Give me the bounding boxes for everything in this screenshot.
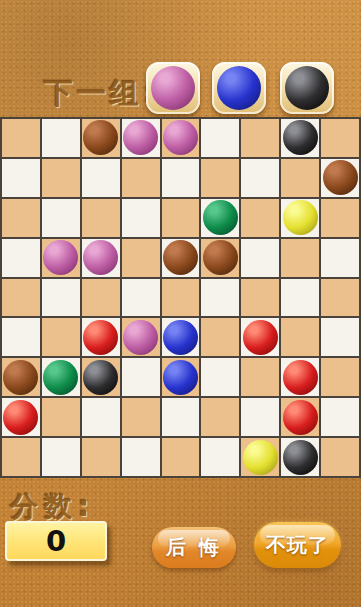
board-cell-r7c6[interactable] xyxy=(241,398,279,436)
board-cell-r2c3[interactable] xyxy=(122,199,160,237)
board-cell-r4c6[interactable] xyxy=(241,279,279,317)
board-cell-r7c0[interactable] xyxy=(2,398,40,436)
board-cell-r8c1[interactable] xyxy=(42,438,80,476)
ball-red[interactable] xyxy=(283,400,318,435)
board-cell-r6c0[interactable] xyxy=(2,358,40,396)
board-cell-r8c4[interactable] xyxy=(162,438,200,476)
undo-button[interactable]: 后 悔 xyxy=(152,527,236,568)
board-cell-r5c4[interactable] xyxy=(162,318,200,356)
next-ball-frame xyxy=(280,62,334,114)
board-cell-r5c5[interactable] xyxy=(201,318,239,356)
board-cell-r3c7[interactable] xyxy=(281,239,319,277)
game-screen: 下一组: 分数: 0 后 悔 不玩了 xyxy=(0,0,361,607)
board-cell-r1c6[interactable] xyxy=(241,159,279,197)
board-cell-r4c2[interactable] xyxy=(82,279,120,317)
board-cell-r8c3[interactable] xyxy=(122,438,160,476)
board-cell-r1c4[interactable] xyxy=(162,159,200,197)
ball-blue[interactable] xyxy=(163,360,198,395)
board-cell-r2c7[interactable] xyxy=(281,199,319,237)
board-cell-r0c3[interactable] xyxy=(122,119,160,157)
board-cell-r2c2[interactable] xyxy=(82,199,120,237)
board-cell-r6c8[interactable] xyxy=(321,358,359,396)
board-cell-r3c6[interactable] xyxy=(241,239,279,277)
board-cell-r0c2[interactable] xyxy=(82,119,120,157)
board-cell-r5c0[interactable] xyxy=(2,318,40,356)
ball-yellow[interactable] xyxy=(283,200,318,235)
ball-yellow[interactable] xyxy=(243,440,278,475)
board-cell-r4c3[interactable] xyxy=(122,279,160,317)
board-cell-r8c5[interactable] xyxy=(201,438,239,476)
ball-purple[interactable] xyxy=(83,240,118,275)
score-value-box: 0 xyxy=(5,521,107,561)
board-cell-r3c1[interactable] xyxy=(42,239,80,277)
board-cell-r6c2[interactable] xyxy=(82,358,120,396)
board-cell-r5c1[interactable] xyxy=(42,318,80,356)
ball-red[interactable] xyxy=(3,400,38,435)
ball-purple[interactable] xyxy=(163,120,198,155)
board-cell-r3c2[interactable] xyxy=(82,239,120,277)
board-cell-r5c6[interactable] xyxy=(241,318,279,356)
board-cell-r7c2[interactable] xyxy=(82,398,120,436)
board-cell-r7c4[interactable] xyxy=(162,398,200,436)
board-cell-r8c6[interactable] xyxy=(241,438,279,476)
board-cell-r0c6[interactable] xyxy=(241,119,279,157)
board-cell-r2c6[interactable] xyxy=(241,199,279,237)
board-cell-r7c1[interactable] xyxy=(42,398,80,436)
ball-red[interactable] xyxy=(83,320,118,355)
board-cell-r1c7[interactable] xyxy=(281,159,319,197)
board-cell-r2c8[interactable] xyxy=(321,199,359,237)
board-cell-r4c7[interactable] xyxy=(281,279,319,317)
board-cell-r4c4[interactable] xyxy=(162,279,200,317)
board-cell-r7c5[interactable] xyxy=(201,398,239,436)
board-cell-r3c3[interactable] xyxy=(122,239,160,277)
quit-button[interactable]: 不玩了 xyxy=(254,522,341,568)
board-cell-r3c0[interactable] xyxy=(2,239,40,277)
score-value: 0 xyxy=(46,524,66,558)
board-cell-r6c3[interactable] xyxy=(122,358,160,396)
board-cell-r7c7[interactable] xyxy=(281,398,319,436)
board-cell-r8c2[interactable] xyxy=(82,438,120,476)
board-cell-r2c5[interactable] xyxy=(201,199,239,237)
board-cell-r8c7[interactable] xyxy=(281,438,319,476)
board-cell-r1c3[interactable] xyxy=(122,159,160,197)
ball-blue[interactable] xyxy=(163,320,198,355)
board-cell-r5c7[interactable] xyxy=(281,318,319,356)
board-cell-r1c2[interactable] xyxy=(82,159,120,197)
next-ball-frame xyxy=(212,62,266,114)
ball-purple[interactable] xyxy=(123,320,158,355)
game-board[interactable] xyxy=(0,117,361,478)
quit-button-label: 不玩了 xyxy=(266,532,329,559)
ball-green[interactable] xyxy=(203,200,238,235)
board-cell-r8c0[interactable] xyxy=(2,438,40,476)
ball-purple[interactable] xyxy=(123,120,158,155)
board-cell-r2c1[interactable] xyxy=(42,199,80,237)
ball-black[interactable] xyxy=(83,360,118,395)
ball-red[interactable] xyxy=(283,360,318,395)
board-cell-r1c0[interactable] xyxy=(2,159,40,197)
board-cell-r3c5[interactable] xyxy=(201,239,239,277)
board-cell-r2c4[interactable] xyxy=(162,199,200,237)
ball-red[interactable] xyxy=(243,320,278,355)
board-cell-r0c5[interactable] xyxy=(201,119,239,157)
board-cell-r3c4[interactable] xyxy=(162,239,200,277)
next-group-label: 下一组: xyxy=(44,74,159,114)
ball-brown[interactable] xyxy=(163,240,198,275)
ball-brown[interactable] xyxy=(3,360,38,395)
board-cell-r1c8[interactable] xyxy=(321,159,359,197)
board-cell-r0c8[interactable] xyxy=(321,119,359,157)
ball-green[interactable] xyxy=(43,360,78,395)
ball-black[interactable] xyxy=(283,120,318,155)
ball-purple xyxy=(151,66,195,110)
board-cell-r5c3[interactable] xyxy=(122,318,160,356)
ball-black xyxy=(285,66,329,110)
board-cell-r4c8[interactable] xyxy=(321,279,359,317)
ball-brown[interactable] xyxy=(83,120,118,155)
ball-black[interactable] xyxy=(283,440,318,475)
board-cell-r6c5[interactable] xyxy=(201,358,239,396)
board-cell-r0c4[interactable] xyxy=(162,119,200,157)
board-cell-r1c1[interactable] xyxy=(42,159,80,197)
board-cell-r6c1[interactable] xyxy=(42,358,80,396)
board-cell-r2c0[interactable] xyxy=(2,199,40,237)
board-cell-r4c5[interactable] xyxy=(201,279,239,317)
board-cell-r4c1[interactable] xyxy=(42,279,80,317)
board-cell-r0c7[interactable] xyxy=(281,119,319,157)
board-cell-r1c5[interactable] xyxy=(201,159,239,197)
board-cell-r0c1[interactable] xyxy=(42,119,80,157)
ball-purple[interactable] xyxy=(43,240,78,275)
board-cell-r5c8[interactable] xyxy=(321,318,359,356)
board-cell-r0c0[interactable] xyxy=(2,119,40,157)
board-cell-r6c7[interactable] xyxy=(281,358,319,396)
board-cell-r4c0[interactable] xyxy=(2,279,40,317)
next-ball-frame xyxy=(146,62,200,114)
board-cell-r6c4[interactable] xyxy=(162,358,200,396)
ball-blue xyxy=(217,66,261,110)
ball-brown[interactable] xyxy=(323,160,358,195)
board-cell-r8c8[interactable] xyxy=(321,438,359,476)
board-cell-r7c3[interactable] xyxy=(122,398,160,436)
undo-button-label: 后 悔 xyxy=(166,534,222,561)
board-cell-r3c8[interactable] xyxy=(321,239,359,277)
board-cell-r5c2[interactable] xyxy=(82,318,120,356)
board-cell-r6c6[interactable] xyxy=(241,358,279,396)
ball-brown[interactable] xyxy=(203,240,238,275)
board-cell-r7c8[interactable] xyxy=(321,398,359,436)
